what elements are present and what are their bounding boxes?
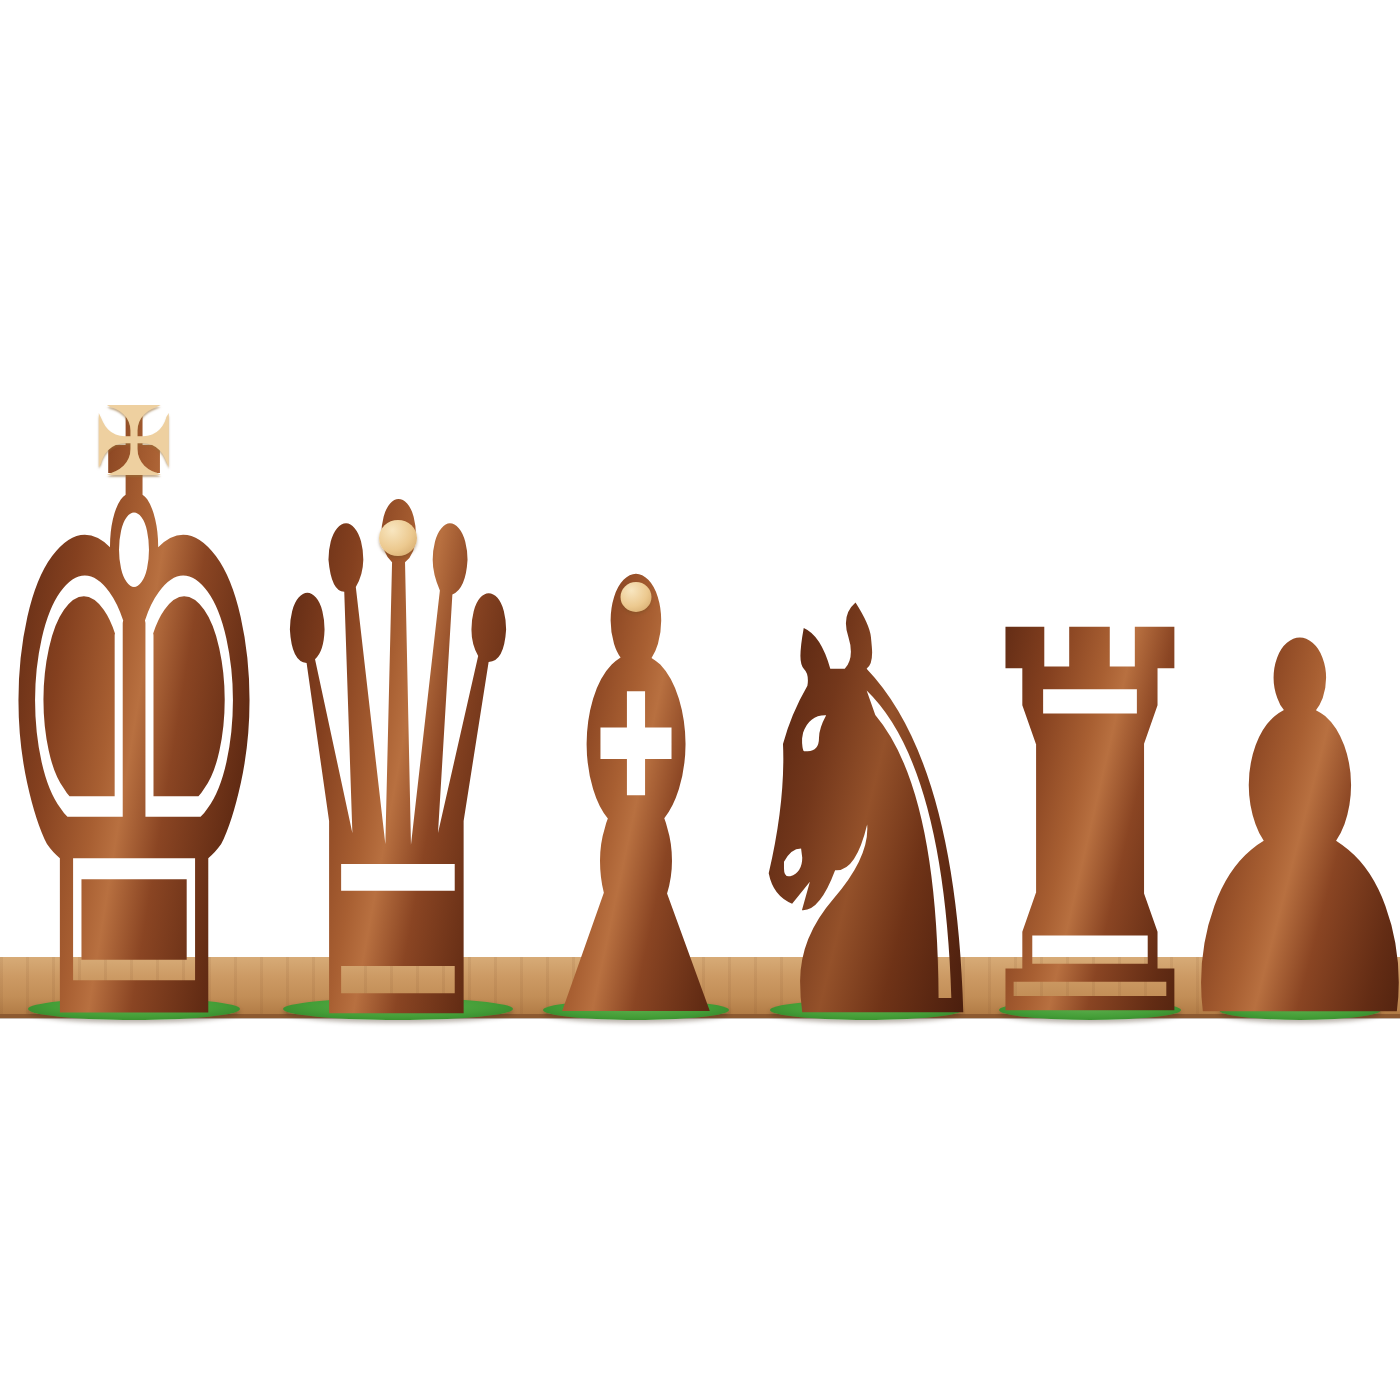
pawn-glyph: ♟: [1152, 579, 1400, 1091]
bishop-ball-finial: [621, 582, 652, 612]
chess-pieces-photo: ♚ ✠ ♛ ♝ ♞ ♜ ♟: [0, 0, 1400, 1400]
king-cross-finial: ✠: [94, 394, 174, 490]
queen-ball-finial: [379, 520, 417, 556]
